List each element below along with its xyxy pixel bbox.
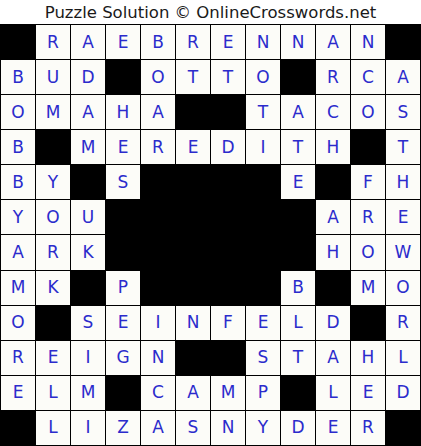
letter-cell: T (386, 130, 420, 164)
block-cell (211, 95, 245, 129)
letter-cell: O (141, 60, 175, 94)
block-cell (211, 165, 245, 199)
letter-cell: A (141, 95, 175, 129)
block-cell (106, 235, 140, 269)
letter-cell: I (71, 411, 105, 445)
letter-cell: R (141, 130, 175, 164)
letter-cell: O (1, 95, 35, 129)
letter-cell: A (316, 200, 350, 234)
block-cell (141, 165, 175, 199)
letter-cell: I (71, 341, 105, 375)
letter-cell: M (36, 95, 70, 129)
block-cell (386, 25, 420, 59)
letter-cell: E (246, 306, 280, 340)
block-cell (176, 95, 210, 129)
block-cell (141, 271, 175, 305)
letter-cell: U (71, 200, 105, 234)
block-cell (141, 200, 175, 234)
letter-cell: T (246, 95, 280, 129)
block-cell (176, 165, 210, 199)
letter-cell: H (351, 341, 385, 375)
letter-cell: I (246, 130, 280, 164)
letter-cell: W (386, 235, 420, 269)
block-cell (316, 271, 350, 305)
block-cell (211, 235, 245, 269)
letter-cell: E (1, 376, 35, 410)
block-cell (211, 271, 245, 305)
letter-cell: R (36, 235, 70, 269)
letter-cell: E (351, 376, 385, 410)
block-cell (211, 200, 245, 234)
letter-cell: A (386, 60, 420, 94)
letter-cell: M (1, 271, 35, 305)
letter-cell: A (281, 95, 315, 129)
block-cell (281, 60, 315, 94)
letter-cell: R (1, 341, 35, 375)
letter-cell: N (141, 341, 175, 375)
letter-cell: E (106, 130, 140, 164)
letter-cell: R (386, 306, 420, 340)
letter-cell: C (141, 376, 175, 410)
letter-cell: U (36, 60, 70, 94)
block-cell (176, 341, 210, 375)
block-cell (106, 60, 140, 94)
letter-cell: K (36, 271, 70, 305)
letter-cell: H (316, 235, 350, 269)
letter-cell: L (316, 376, 350, 410)
letter-cell: D (71, 60, 105, 94)
letter-cell: D (316, 306, 350, 340)
letter-cell: A (1, 235, 35, 269)
block-cell (351, 130, 385, 164)
letter-cell: A (71, 25, 105, 59)
block-cell (281, 235, 315, 269)
letter-cell: H (386, 165, 420, 199)
letter-cell: E (36, 341, 70, 375)
letter-cell: O (1, 306, 35, 340)
letter-cell: T (176, 60, 210, 94)
letter-cell: M (351, 271, 385, 305)
block-cell (316, 165, 350, 199)
crossword-grid: RAEBRENNANBUDOTTORCAOMAHATACOSBMEREDITHT… (0, 24, 421, 446)
letter-cell: I (141, 306, 175, 340)
letter-cell: Y (246, 411, 280, 445)
letter-cell: O (246, 60, 280, 94)
block-cell (71, 271, 105, 305)
letter-cell: P (246, 376, 280, 410)
letter-cell: O (351, 235, 385, 269)
letter-cell: M (71, 376, 105, 410)
letter-cell: B (141, 25, 175, 59)
block-cell (246, 200, 280, 234)
letter-cell: H (316, 130, 350, 164)
block-cell (176, 200, 210, 234)
letter-cell: E (281, 165, 315, 199)
letter-cell: S (386, 95, 420, 129)
letter-cell: B (1, 165, 35, 199)
letter-cell: N (246, 25, 280, 59)
letter-cell: S (176, 411, 210, 445)
block-cell (71, 165, 105, 199)
letter-cell: H (106, 95, 140, 129)
letter-cell: D (386, 376, 420, 410)
block-cell (281, 376, 315, 410)
letter-cell: L (36, 411, 70, 445)
block-cell (246, 271, 280, 305)
letter-cell: T (211, 60, 245, 94)
letter-cell: Y (1, 200, 35, 234)
letter-cell: R (351, 411, 385, 445)
letter-cell: O (386, 271, 420, 305)
letter-cell: E (106, 306, 140, 340)
block-cell (141, 235, 175, 269)
letter-cell: L (386, 341, 420, 375)
block-cell (1, 25, 35, 59)
letter-cell: E (176, 130, 210, 164)
block-cell (281, 200, 315, 234)
letter-cell: Z (106, 411, 140, 445)
letter-cell: C (316, 95, 350, 129)
letter-cell: E (386, 200, 420, 234)
letter-cell: D (211, 130, 245, 164)
letter-cell: C (351, 60, 385, 94)
block-cell (246, 165, 280, 199)
page-title: Puzzle Solution © OnlineCrosswords.net (0, 0, 421, 24)
letter-cell: S (106, 165, 140, 199)
letter-cell: O (36, 200, 70, 234)
letter-cell: T (281, 341, 315, 375)
letter-cell: F (351, 165, 385, 199)
block-cell (246, 235, 280, 269)
letter-cell: L (36, 376, 70, 410)
block-cell (351, 306, 385, 340)
letter-cell: M (71, 130, 105, 164)
letter-cell: Y (36, 165, 70, 199)
letter-cell: B (1, 60, 35, 94)
letter-cell: L (281, 306, 315, 340)
letter-cell: R (176, 25, 210, 59)
letter-cell: E (211, 25, 245, 59)
letter-cell: K (71, 235, 105, 269)
letter-cell: O (351, 95, 385, 129)
letter-cell: A (141, 411, 175, 445)
letter-cell: S (246, 341, 280, 375)
block-cell (1, 411, 35, 445)
letter-cell: R (351, 200, 385, 234)
letter-cell: P (106, 271, 140, 305)
block-cell (211, 341, 245, 375)
letter-cell: R (36, 25, 70, 59)
letter-cell: A (71, 95, 105, 129)
block-cell (106, 200, 140, 234)
block-cell (36, 306, 70, 340)
letter-cell: B (1, 130, 35, 164)
block-cell (36, 130, 70, 164)
letter-cell: E (316, 411, 350, 445)
letter-cell: S (71, 306, 105, 340)
letter-cell: N (281, 25, 315, 59)
block-cell (176, 271, 210, 305)
block-cell (106, 376, 140, 410)
letter-cell: B (281, 271, 315, 305)
letter-cell: G (106, 341, 140, 375)
block-cell (176, 235, 210, 269)
letter-cell: R (316, 60, 350, 94)
letter-cell: F (211, 306, 245, 340)
letter-cell: D (281, 411, 315, 445)
letter-cell: A (176, 376, 210, 410)
letter-cell: A (316, 25, 350, 59)
letter-cell: M (211, 376, 245, 410)
letter-cell: E (106, 25, 140, 59)
letter-cell: N (351, 25, 385, 59)
letter-cell: A (316, 341, 350, 375)
letter-cell: N (211, 411, 245, 445)
block-cell (386, 411, 420, 445)
letter-cell: T (281, 130, 315, 164)
letter-cell: N (176, 306, 210, 340)
